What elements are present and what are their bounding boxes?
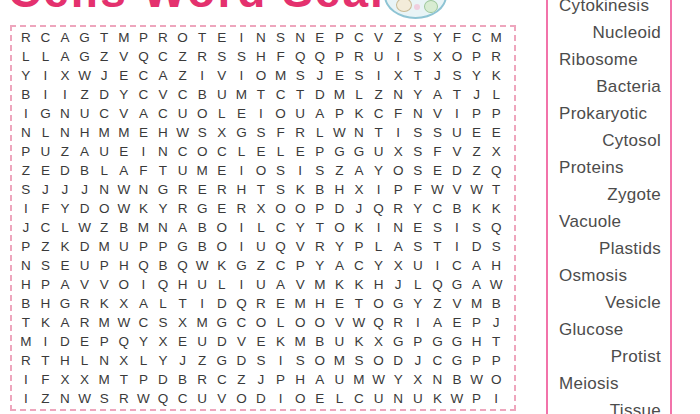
grid-cell[interactable]: S [408, 47, 428, 66]
grid-cell[interactable]: Q [232, 294, 252, 313]
grid-cell[interactable]: E [310, 28, 330, 47]
grid-cell[interactable]: X [408, 370, 428, 389]
grid-cell[interactable]: S [271, 161, 291, 180]
grid-cell[interactable]: Z [251, 256, 271, 275]
grid-cell[interactable]: D [153, 370, 173, 389]
grid-cell[interactable]: Y [428, 28, 448, 47]
grid-cell[interactable]: I [36, 85, 56, 104]
grid-cell[interactable]: M [114, 123, 134, 142]
grid-cell[interactable]: X [388, 66, 408, 85]
grid-cell[interactable]: I [192, 66, 212, 85]
grid-cell[interactable]: Z [428, 294, 448, 313]
grid-cell[interactable]: H [55, 351, 75, 370]
grid-cell[interactable]: W [330, 123, 350, 142]
grid-cell[interactable]: Q [486, 218, 506, 237]
grid-cell[interactable]: L [310, 123, 330, 142]
grid-cell[interactable]: O [369, 351, 389, 370]
grid-cell[interactable]: U [290, 104, 310, 123]
grid-cell[interactable]: U [192, 332, 212, 351]
grid-cell[interactable]: E [447, 313, 467, 332]
grid-cell[interactable]: M [94, 237, 114, 256]
grid-cell[interactable]: C [212, 142, 232, 161]
grid-cell[interactable]: P [467, 351, 487, 370]
grid-cell[interactable]: C [153, 104, 173, 123]
grid-cell[interactable]: K [349, 218, 369, 237]
grid-cell[interactable]: T [408, 66, 428, 85]
grid-cell[interactable]: E [330, 294, 350, 313]
grid-cell[interactable]: H [486, 256, 506, 275]
grid-cell[interactable]: Q [486, 161, 506, 180]
grid-cell[interactable]: N [388, 389, 408, 408]
grid-cell[interactable]: I [271, 351, 291, 370]
grid-cell[interactable]: S [467, 218, 487, 237]
grid-cell[interactable]: X [212, 123, 232, 142]
grid-cell[interactable]: H [16, 275, 36, 294]
grid-cell[interactable]: C [369, 104, 389, 123]
grid-cell[interactable]: D [310, 85, 330, 104]
grid-cell[interactable]: A [153, 66, 173, 85]
grid-cell[interactable]: M [192, 161, 212, 180]
grid-cell[interactable]: R [251, 294, 271, 313]
grid-cell[interactable]: H [251, 47, 271, 66]
grid-cell[interactable]: Y [153, 199, 173, 218]
grid-cell[interactable]: G [330, 142, 350, 161]
grid-cell[interactable]: A [467, 275, 487, 294]
grid-cell[interactable]: G [173, 237, 193, 256]
grid-cell[interactable]: O [369, 294, 389, 313]
grid-cell[interactable]: S [408, 123, 428, 142]
grid-cell[interactable]: A [55, 47, 75, 66]
grid-cell[interactable]: P [290, 256, 310, 275]
grid-cell[interactable]: V [212, 66, 232, 85]
grid-cell[interactable]: K [55, 237, 75, 256]
grid-cell[interactable]: U [192, 275, 212, 294]
grid-cell[interactable]: I [36, 66, 56, 85]
grid-cell[interactable]: F [271, 47, 291, 66]
grid-cell[interactable]: P [16, 237, 36, 256]
grid-cell[interactable]: M [310, 275, 330, 294]
grid-cell[interactable]: S [251, 351, 271, 370]
grid-cell[interactable]: E [251, 142, 271, 161]
grid-cell[interactable]: X [388, 256, 408, 275]
grid-cell[interactable]: M [94, 370, 114, 389]
grid-cell[interactable]: T [428, 237, 448, 256]
grid-cell[interactable]: T [251, 85, 271, 104]
grid-cell[interactable]: Z [36, 389, 56, 408]
grid-cell[interactable]: K [134, 199, 154, 218]
grid-cell[interactable]: T [16, 313, 36, 332]
grid-cell[interactable]: N [94, 180, 114, 199]
grid-cell[interactable]: M [330, 351, 350, 370]
grid-cell[interactable]: L [232, 142, 252, 161]
grid-cell[interactable]: Z [388, 28, 408, 47]
grid-cell[interactable]: W [467, 370, 487, 389]
grid-cell[interactable]: Q [310, 47, 330, 66]
grid-cell[interactable]: F [36, 199, 56, 218]
grid-cell[interactable]: W [447, 389, 467, 408]
grid-cell[interactable]: C [428, 199, 448, 218]
grid-cell[interactable]: Z [192, 351, 212, 370]
grid-cell[interactable]: R [232, 199, 252, 218]
grid-cell[interactable]: L [153, 294, 173, 313]
grid-cell[interactable]: W [75, 389, 95, 408]
grid-cell[interactable]: U [75, 104, 95, 123]
grid-cell[interactable]: I [447, 104, 467, 123]
grid-cell[interactable]: M [467, 294, 487, 313]
grid-cell[interactable]: B [173, 370, 193, 389]
grid-cell[interactable]: C [134, 313, 154, 332]
grid-cell[interactable]: H [290, 370, 310, 389]
grid-cell[interactable]: O [114, 275, 134, 294]
grid-cell[interactable]: A [310, 104, 330, 123]
grid-cell[interactable]: F [388, 104, 408, 123]
grid-cell[interactable]: V [75, 275, 95, 294]
grid-cell[interactable]: T [447, 85, 467, 104]
grid-cell[interactable]: P [271, 370, 291, 389]
grid-cell[interactable]: C [134, 66, 154, 85]
grid-cell[interactable]: Z [173, 66, 193, 85]
grid-cell[interactable]: R [173, 180, 193, 199]
grid-cell[interactable]: B [114, 218, 134, 237]
grid-cell[interactable]: P [467, 104, 487, 123]
grid-cell[interactable]: G [428, 332, 448, 351]
grid-cell[interactable]: O [173, 28, 193, 47]
grid-cell[interactable]: R [290, 123, 310, 142]
grid-cell[interactable]: Z [232, 370, 252, 389]
grid-cell[interactable]: O [290, 313, 310, 332]
grid-cell[interactable]: J [173, 351, 193, 370]
grid-cell[interactable]: Y [330, 237, 350, 256]
grid-cell[interactable]: B [486, 294, 506, 313]
grid-cell[interactable]: A [55, 275, 75, 294]
grid-cell[interactable]: G [75, 28, 95, 47]
grid-cell[interactable]: E [114, 66, 134, 85]
grid-cell[interactable]: E [271, 294, 291, 313]
grid-cell[interactable]: L [271, 142, 291, 161]
grid-cell[interactable]: S [428, 123, 448, 142]
grid-cell[interactable]: G [192, 199, 212, 218]
grid-cell[interactable]: J [467, 85, 487, 104]
grid-cell[interactable]: Y [408, 294, 428, 313]
grid-cell[interactable]: I [447, 218, 467, 237]
grid-cell[interactable]: L [349, 85, 369, 104]
grid-cell[interactable]: A [467, 256, 487, 275]
grid-cell[interactable]: C [271, 85, 291, 104]
grid-cell[interactable]: K [36, 313, 56, 332]
grid-cell[interactable]: P [467, 313, 487, 332]
grid-cell[interactable]: B [192, 218, 212, 237]
grid-cell[interactable]: T [36, 351, 56, 370]
grid-cell[interactable]: O [212, 237, 232, 256]
grid-cell[interactable]: K [212, 256, 232, 275]
grid-cell[interactable]: F [36, 370, 56, 389]
grid-cell[interactable]: D [94, 85, 114, 104]
grid-cell[interactable]: K [290, 180, 310, 199]
grid-cell[interactable]: T [349, 294, 369, 313]
grid-cell[interactable]: S [486, 237, 506, 256]
grid-cell[interactable]: R [153, 28, 173, 47]
grid-cell[interactable]: E [486, 123, 506, 142]
grid-cell[interactable]: I [428, 256, 448, 275]
grid-cell[interactable]: U [408, 256, 428, 275]
grid-cell[interactable]: I [55, 85, 75, 104]
grid-cell[interactable]: C [232, 313, 252, 332]
grid-cell[interactable]: K [486, 66, 506, 85]
grid-cell[interactable]: A [173, 218, 193, 237]
grid-cell[interactable]: P [330, 47, 350, 66]
grid-cell[interactable]: J [251, 370, 271, 389]
grid-cell[interactable]: D [75, 237, 95, 256]
grid-cell[interactable]: T [290, 85, 310, 104]
grid-cell[interactable]: L [75, 351, 95, 370]
grid-cell[interactable]: Y [114, 85, 134, 104]
grid-cell[interactable]: G [212, 351, 232, 370]
grid-cell[interactable]: Y [134, 332, 154, 351]
grid-cell[interactable]: Z [55, 142, 75, 161]
grid-cell[interactable]: C [153, 47, 173, 66]
grid-cell[interactable]: R [349, 47, 369, 66]
grid-cell[interactable]: G [232, 123, 252, 142]
grid-cell[interactable]: N [251, 28, 271, 47]
grid-cell[interactable]: H [369, 275, 389, 294]
grid-cell[interactable]: T [94, 28, 114, 47]
grid-cell[interactable]: W [486, 275, 506, 294]
grid-cell[interactable]: S [290, 66, 310, 85]
grid-cell[interactable]: S [428, 218, 448, 237]
grid-cell[interactable]: M [271, 66, 291, 85]
grid-cell[interactable]: U [447, 123, 467, 142]
grid-cell[interactable]: I [232, 275, 252, 294]
grid-cell[interactable]: S [408, 142, 428, 161]
grid-cell[interactable]: J [388, 275, 408, 294]
grid-cell[interactable]: B [192, 85, 212, 104]
grid-cell[interactable]: S [349, 66, 369, 85]
grid-cell[interactable]: R [114, 389, 134, 408]
grid-cell[interactable]: C [349, 28, 369, 47]
grid-cell[interactable]: R [75, 294, 95, 313]
grid-cell[interactable]: Y [408, 199, 428, 218]
grid-cell[interactable]: D [212, 332, 232, 351]
grid-cell[interactable]: X [114, 294, 134, 313]
grid-cell[interactable]: N [16, 123, 36, 142]
grid-cell[interactable]: L [212, 275, 232, 294]
grid-cell[interactable]: Y [369, 161, 389, 180]
grid-cell[interactable]: H [232, 180, 252, 199]
grid-cell[interactable]: M [330, 85, 350, 104]
grid-cell[interactable]: E [467, 123, 487, 142]
grid-cell[interactable]: Q [369, 199, 389, 218]
grid-cell[interactable]: S [349, 351, 369, 370]
grid-cell[interactable]: E [251, 332, 271, 351]
grid-cell[interactable]: H [330, 180, 350, 199]
grid-cell[interactable]: D [447, 161, 467, 180]
grid-cell[interactable]: O [310, 313, 330, 332]
grid-cell[interactable]: S [36, 256, 56, 275]
grid-cell[interactable]: W [114, 199, 134, 218]
grid-cell[interactable]: V [447, 294, 467, 313]
grid-cell[interactable]: G [75, 47, 95, 66]
grid-cell[interactable]: I [388, 47, 408, 66]
grid-cell[interactable]: P [134, 237, 154, 256]
grid-cell[interactable]: D [212, 294, 232, 313]
grid-cell[interactable]: A [349, 161, 369, 180]
grid-cell[interactable]: V [94, 275, 114, 294]
grid-cell[interactable]: A [428, 85, 448, 104]
grid-cell[interactable]: U [75, 256, 95, 275]
grid-cell[interactable]: I [134, 275, 154, 294]
grid-cell[interactable]: E [330, 66, 350, 85]
grid-cell[interactable]: I [232, 66, 252, 85]
grid-cell[interactable]: I [16, 104, 36, 123]
grid-cell[interactable]: Y [388, 370, 408, 389]
grid-cell[interactable]: P [310, 199, 330, 218]
grid-cell[interactable]: W [173, 123, 193, 142]
grid-cell[interactable]: X [369, 332, 389, 351]
grid-cell[interactable]: S [94, 389, 114, 408]
grid-cell[interactable]: W [349, 313, 369, 332]
grid-cell[interactable]: N [55, 104, 75, 123]
grid-cell[interactable]: Y [369, 256, 389, 275]
grid-cell[interactable]: Z [75, 85, 95, 104]
grid-cell[interactable]: N [153, 142, 173, 161]
grid-cell[interactable]: Z [369, 85, 389, 104]
grid-cell[interactable]: V [447, 180, 467, 199]
grid-cell[interactable]: P [408, 332, 428, 351]
grid-cell[interactable]: V [212, 389, 232, 408]
grid-cell[interactable]: C [134, 85, 154, 104]
grid-cell[interactable]: Y [467, 66, 487, 85]
grid-cell[interactable]: Z [94, 47, 114, 66]
grid-cell[interactable]: G [153, 180, 173, 199]
grid-cell[interactable]: I [232, 237, 252, 256]
grid-cell[interactable]: S [16, 180, 36, 199]
grid-cell[interactable]: T [251, 180, 271, 199]
grid-cell[interactable]: Z [467, 142, 487, 161]
grid-cell[interactable]: M [94, 123, 114, 142]
grid-cell[interactable]: A [75, 142, 95, 161]
grid-cell[interactable]: Q [290, 47, 310, 66]
grid-cell[interactable]: M [114, 28, 134, 47]
grid-cell[interactable]: L [369, 237, 389, 256]
grid-cell[interactable]: N [388, 218, 408, 237]
grid-cell[interactable]: R [310, 237, 330, 256]
grid-cell[interactable]: M [290, 332, 310, 351]
grid-cell[interactable]: M [134, 218, 154, 237]
grid-cell[interactable]: L [271, 313, 291, 332]
grid-cell[interactable]: M [486, 28, 506, 47]
grid-cell[interactable]: N [408, 104, 428, 123]
grid-cell[interactable]: K [271, 332, 291, 351]
grid-cell[interactable]: X [75, 370, 95, 389]
grid-cell[interactable]: I [134, 142, 154, 161]
grid-cell[interactable]: O [447, 47, 467, 66]
grid-cell[interactable]: Q [134, 47, 154, 66]
grid-cell[interactable]: S [271, 28, 291, 47]
grid-cell[interactable]: X [55, 370, 75, 389]
grid-cell[interactable]: K [330, 275, 350, 294]
grid-cell[interactable]: S [192, 123, 212, 142]
grid-cell[interactable]: P [36, 275, 56, 294]
grid-cell[interactable]: Z [173, 47, 193, 66]
grid-cell[interactable]: V [290, 275, 310, 294]
grid-cell[interactable]: O [94, 199, 114, 218]
grid-cell[interactable]: T [192, 28, 212, 47]
grid-cell[interactable]: Z [94, 218, 114, 237]
grid-cell[interactable]: U [114, 237, 134, 256]
grid-cell[interactable]: M [349, 370, 369, 389]
grid-cell[interactable]: E [212, 161, 232, 180]
grid-cell[interactable]: S [290, 351, 310, 370]
grid-cell[interactable]: A [55, 28, 75, 47]
grid-cell[interactable]: O [290, 389, 310, 408]
grid-cell[interactable]: M [290, 294, 310, 313]
grid-cell[interactable]: S [408, 28, 428, 47]
grid-cell[interactable]: A [310, 370, 330, 389]
grid-cell[interactable]: E [310, 389, 330, 408]
grid-cell[interactable]: Q [428, 275, 448, 294]
grid-cell[interactable]: P [467, 389, 487, 408]
grid-cell[interactable]: B [153, 256, 173, 275]
grid-cell[interactable]: I [447, 237, 467, 256]
grid-cell[interactable]: N [94, 351, 114, 370]
grid-cell[interactable]: I [232, 218, 252, 237]
grid-cell[interactable]: D [55, 332, 75, 351]
grid-cell[interactable]: S [232, 47, 252, 66]
grid-cell[interactable]: U [94, 142, 114, 161]
grid-cell[interactable]: C [173, 142, 193, 161]
grid-cell[interactable]: L [212, 104, 232, 123]
grid-cell[interactable]: B [16, 85, 36, 104]
grid-cell[interactable]: M [192, 313, 212, 332]
grid-cell[interactable]: C [467, 28, 487, 47]
grid-cell[interactable]: D [251, 389, 271, 408]
grid-cell[interactable]: K [467, 199, 487, 218]
grid-cell[interactable]: Y [153, 351, 173, 370]
grid-cell[interactable]: A [271, 275, 291, 294]
grid-cell[interactable]: R [212, 180, 232, 199]
grid-cell[interactable]: W [75, 66, 95, 85]
grid-cell[interactable]: U [330, 370, 350, 389]
grid-cell[interactable]: L [94, 161, 114, 180]
grid-cell[interactable]: T [369, 123, 389, 142]
grid-cell[interactable]: E [428, 161, 448, 180]
grid-cell[interactable]: W [134, 389, 154, 408]
grid-cell[interactable]: E [134, 123, 154, 142]
grid-cell[interactable]: W [369, 370, 389, 389]
grid-cell[interactable]: Z [36, 237, 56, 256]
grid-cell[interactable]: H [467, 332, 487, 351]
grid-cell[interactable]: C [271, 218, 291, 237]
grid-cell[interactable]: V [153, 85, 173, 104]
grid-cell[interactable]: Z [16, 161, 36, 180]
grid-cell[interactable]: T [310, 218, 330, 237]
grid-cell[interactable]: R [192, 370, 212, 389]
grid-cell[interactable]: G [388, 294, 408, 313]
grid-cell[interactable]: B [447, 199, 467, 218]
grid-cell[interactable]: X [55, 66, 75, 85]
grid-cell[interactable]: W [75, 218, 95, 237]
grid-cell[interactable]: C [428, 351, 448, 370]
grid-cell[interactable]: Y [408, 85, 428, 104]
grid-cell[interactable]: V [369, 28, 389, 47]
grid-cell[interactable]: R [388, 199, 408, 218]
grid-cell[interactable]: E [75, 332, 95, 351]
grid-cell[interactable]: X [114, 351, 134, 370]
grid-cell[interactable]: W [114, 180, 134, 199]
grid-cell[interactable]: J [55, 180, 75, 199]
grid-cell[interactable]: C [447, 256, 467, 275]
grid-cell[interactable]: L [330, 389, 350, 408]
